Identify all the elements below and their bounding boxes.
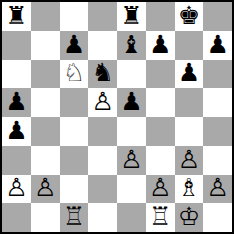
black-pawn-piece: ♟ <box>5 118 27 143</box>
square-a2[interactable]: ♙ <box>2 175 31 204</box>
chess-board: ♜♜♚♟♝♟♟♘♞♟♟♙♟♟♙♙♙♙♙♗♙♖♖♔ <box>0 0 234 234</box>
white-pawn-piece: ♙ <box>149 175 171 200</box>
square-e2[interactable] <box>117 175 146 204</box>
square-g2[interactable]: ♗ <box>175 175 204 204</box>
square-b7[interactable] <box>31 31 60 60</box>
black-pawn-piece: ♟ <box>149 32 171 57</box>
square-b4[interactable] <box>31 117 60 146</box>
square-a3[interactable] <box>2 146 31 175</box>
square-f2[interactable]: ♙ <box>146 175 175 204</box>
square-c2[interactable] <box>60 175 89 204</box>
square-g6[interactable]: ♟ <box>175 60 204 89</box>
black-pawn-piece: ♟ <box>120 89 142 114</box>
white-king-piece: ♔ <box>178 204 200 229</box>
white-pawn-piece: ♙ <box>34 175 56 200</box>
square-c8[interactable] <box>60 2 89 31</box>
square-f8[interactable] <box>146 2 175 31</box>
square-e8[interactable]: ♜ <box>117 2 146 31</box>
square-c7[interactable]: ♟ <box>60 31 89 60</box>
white-rook-piece: ♖ <box>63 204 85 229</box>
square-h5[interactable] <box>203 88 232 117</box>
square-a5[interactable]: ♟ <box>2 88 31 117</box>
black-pawn-piece: ♟ <box>63 32 85 57</box>
square-f1[interactable]: ♖ <box>146 203 175 232</box>
square-g1[interactable]: ♔ <box>175 203 204 232</box>
square-a1[interactable] <box>2 203 31 232</box>
square-h6[interactable] <box>203 60 232 89</box>
black-rook-piece: ♜ <box>5 3 27 28</box>
square-d8[interactable] <box>88 2 117 31</box>
square-e3[interactable]: ♙ <box>117 146 146 175</box>
square-d3[interactable] <box>88 146 117 175</box>
white-pawn-piece: ♙ <box>206 175 228 200</box>
square-g7[interactable] <box>175 31 204 60</box>
square-d5[interactable]: ♙ <box>88 88 117 117</box>
white-pawn-piece: ♙ <box>5 175 27 200</box>
square-e6[interactable] <box>117 60 146 89</box>
black-pawn-piece: ♟ <box>178 60 200 85</box>
square-f4[interactable] <box>146 117 175 146</box>
white-pawn-piece: ♙ <box>91 89 113 114</box>
white-rook-piece: ♖ <box>149 204 171 229</box>
square-g4[interactable] <box>175 117 204 146</box>
square-d4[interactable] <box>88 117 117 146</box>
square-h7[interactable]: ♟ <box>203 31 232 60</box>
square-e4[interactable] <box>117 117 146 146</box>
square-g5[interactable] <box>175 88 204 117</box>
black-pawn-piece: ♟ <box>206 32 228 57</box>
chess-diagram: ♜♜♚♟♝♟♟♘♞♟♟♙♟♟♙♙♙♙♙♗♙♖♖♔ <box>0 0 234 234</box>
square-h1[interactable] <box>203 203 232 232</box>
square-h8[interactable] <box>203 2 232 31</box>
square-d6[interactable]: ♞ <box>88 60 117 89</box>
square-h2[interactable]: ♙ <box>203 175 232 204</box>
black-knight-piece: ♞ <box>91 60 113 85</box>
square-h4[interactable] <box>203 117 232 146</box>
square-f5[interactable] <box>146 88 175 117</box>
square-c6[interactable]: ♘ <box>60 60 89 89</box>
square-h3[interactable] <box>203 146 232 175</box>
square-c4[interactable] <box>60 117 89 146</box>
square-b2[interactable]: ♙ <box>31 175 60 204</box>
square-d1[interactable] <box>88 203 117 232</box>
square-e7[interactable]: ♝ <box>117 31 146 60</box>
square-g8[interactable]: ♚ <box>175 2 204 31</box>
white-bishop-piece: ♗ <box>178 175 200 200</box>
black-rook-piece: ♜ <box>120 3 142 28</box>
square-c1[interactable]: ♖ <box>60 203 89 232</box>
black-bishop-piece: ♝ <box>120 32 142 57</box>
square-f3[interactable] <box>146 146 175 175</box>
square-b1[interactable] <box>31 203 60 232</box>
square-e1[interactable] <box>117 203 146 232</box>
white-knight-piece: ♘ <box>63 60 85 85</box>
square-a7[interactable] <box>2 31 31 60</box>
square-a4[interactable]: ♟ <box>2 117 31 146</box>
square-b8[interactable] <box>31 2 60 31</box>
square-c3[interactable] <box>60 146 89 175</box>
black-king-piece: ♚ <box>178 3 200 28</box>
square-e5[interactable]: ♟ <box>117 88 146 117</box>
square-f6[interactable] <box>146 60 175 89</box>
square-a8[interactable]: ♜ <box>2 2 31 31</box>
square-b3[interactable] <box>31 146 60 175</box>
white-pawn-piece: ♙ <box>120 147 142 172</box>
square-b5[interactable] <box>31 88 60 117</box>
white-pawn-piece: ♙ <box>178 147 200 172</box>
square-a6[interactable] <box>2 60 31 89</box>
black-pawn-piece: ♟ <box>5 89 27 114</box>
square-b6[interactable] <box>31 60 60 89</box>
square-g3[interactable]: ♙ <box>175 146 204 175</box>
square-d7[interactable] <box>88 31 117 60</box>
square-f7[interactable]: ♟ <box>146 31 175 60</box>
square-d2[interactable] <box>88 175 117 204</box>
square-c5[interactable] <box>60 88 89 117</box>
